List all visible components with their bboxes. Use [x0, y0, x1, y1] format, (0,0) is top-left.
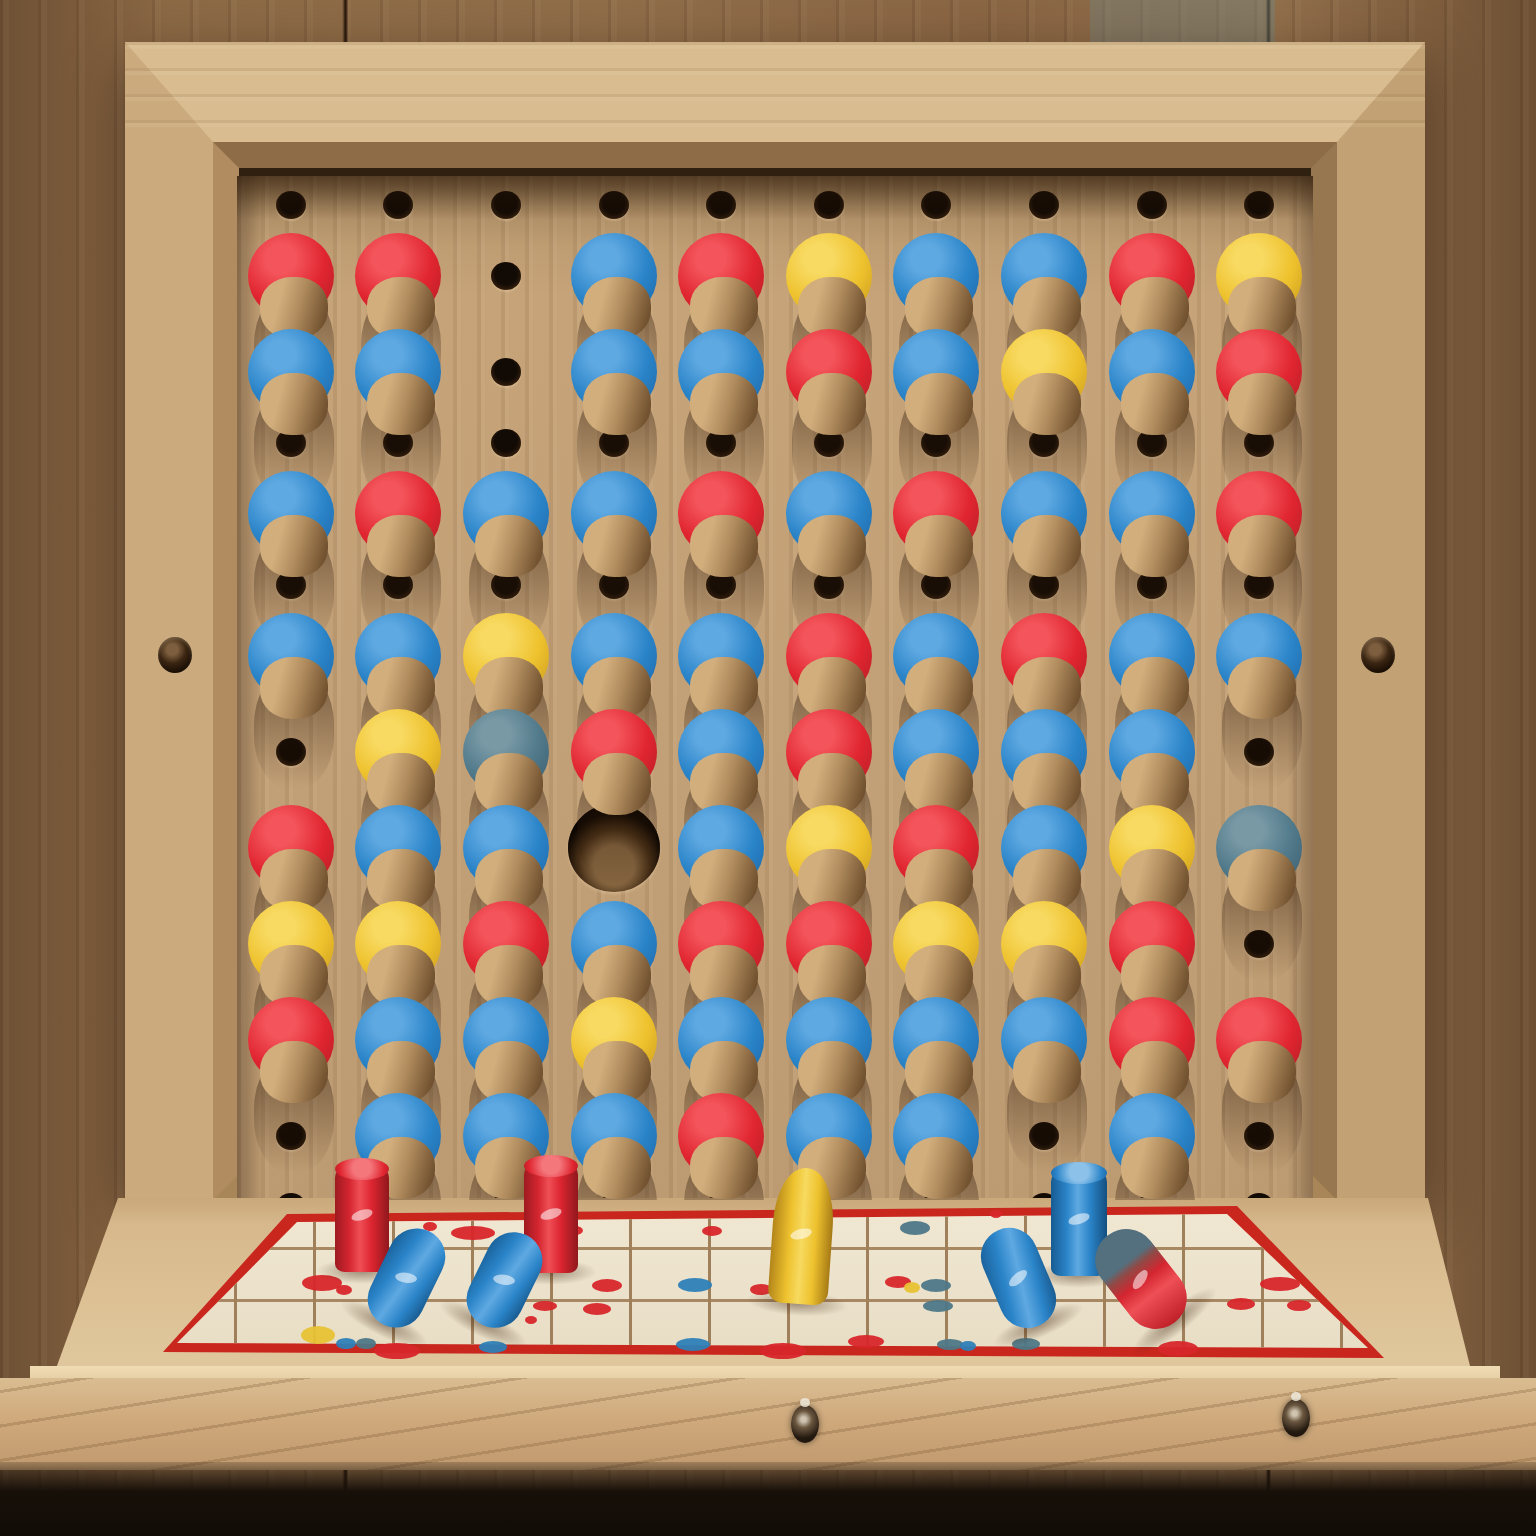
yellow-peg[interactable]	[355, 709, 441, 795]
blue-peg[interactable]	[678, 613, 764, 699]
red-peg[interactable]	[1109, 233, 1195, 319]
yellow-peg[interactable]	[463, 613, 549, 699]
paint-dot-red	[1287, 1300, 1311, 1311]
paint-dot-red	[990, 1210, 1002, 1218]
shelf-screw-icon	[1282, 1399, 1310, 1437]
yellow-peg[interactable]	[248, 901, 334, 987]
paint-dot-blue	[960, 1341, 976, 1351]
red-peg[interactable]	[678, 901, 764, 987]
shelf-screw-icon	[791, 1405, 819, 1443]
red-peg[interactable]	[1216, 997, 1302, 1083]
paint-dot-red	[583, 1303, 611, 1315]
red-peg[interactable]	[786, 709, 872, 795]
empty-hole[interactable]	[491, 262, 521, 290]
paint-dot-red	[525, 1316, 537, 1324]
blue-peg[interactable]	[1001, 709, 1087, 795]
cell-r7c3	[452, 608, 560, 704]
cell-r2c4	[560, 228, 668, 324]
cell-r5c7	[883, 466, 991, 562]
blue-peg[interactable]	[893, 329, 979, 415]
blue-peg[interactable]	[463, 997, 549, 1083]
cell-r10c4	[560, 896, 668, 992]
paint-dot-yellow	[301, 1326, 335, 1344]
blue-peg[interactable]	[1001, 997, 1087, 1083]
empty-hole[interactable]	[491, 358, 521, 386]
peg-top	[524, 1155, 578, 1177]
paint-dot-red	[1227, 1298, 1255, 1310]
blue-peg[interactable]	[893, 613, 979, 699]
red-peg[interactable]	[893, 471, 979, 557]
blue-peg[interactable]	[248, 613, 334, 699]
under-shelf-shadow	[0, 1462, 1536, 1536]
paint-dot-red	[760, 1343, 806, 1359]
cell-r5c3	[452, 466, 560, 562]
peg-grid	[237, 182, 1313, 1200]
cell-r5c6	[775, 466, 883, 562]
blue-peg[interactable]	[571, 329, 657, 415]
paint-dot-yellow	[904, 1282, 920, 1293]
cell-r3c3	[452, 324, 560, 420]
yellow-peg[interactable]	[786, 233, 872, 319]
paint-dot-red	[336, 1285, 352, 1295]
paint-dot-red	[451, 1226, 495, 1240]
blue-peg[interactable]	[1001, 471, 1087, 557]
red-peg[interactable]	[248, 233, 334, 319]
blue-peg[interactable]	[678, 329, 764, 415]
red-peg[interactable]	[678, 233, 764, 319]
blue-peg[interactable]	[678, 805, 764, 891]
blue-peg[interactable]	[355, 805, 441, 891]
blue-peg[interactable]	[1109, 613, 1195, 699]
paint-dot-red	[702, 1226, 722, 1236]
blue-peg[interactable]	[1109, 329, 1195, 415]
paint-dot-teal	[356, 1338, 376, 1349]
red-peg[interactable]	[355, 471, 441, 557]
yellow-peg[interactable]	[1109, 805, 1195, 891]
paint-dot-teal	[937, 1339, 963, 1350]
frame-grain	[125, 42, 1425, 142]
red-peg[interactable]	[571, 709, 657, 795]
blue-peg[interactable]	[571, 1093, 657, 1179]
cell-r4c3	[452, 420, 560, 466]
red-peg[interactable]	[893, 805, 979, 891]
red-peg[interactable]	[248, 997, 334, 1083]
yellow-peg[interactable]	[893, 901, 979, 987]
blue-peg[interactable]	[1216, 613, 1302, 699]
red-peg[interactable]	[786, 613, 872, 699]
cell-r7c5	[667, 608, 775, 704]
red-peg[interactable]	[786, 329, 872, 415]
blue-peg[interactable]	[678, 997, 764, 1083]
cell-r2c5	[667, 228, 775, 324]
red-peg[interactable]	[786, 901, 872, 987]
cell-r5c8	[990, 466, 1098, 562]
red-peg[interactable]	[678, 471, 764, 557]
blue-peg[interactable]	[1109, 471, 1195, 557]
blue-peg[interactable]	[893, 1093, 979, 1179]
peg-top	[335, 1158, 389, 1180]
paint-dot-teal	[900, 1221, 930, 1235]
cell-r2c3	[452, 228, 560, 324]
red-peg[interactable]	[463, 901, 549, 987]
red-peg[interactable]	[1001, 613, 1087, 699]
red-peg[interactable]	[1216, 329, 1302, 415]
yellow-peg[interactable]	[355, 901, 441, 987]
blue-peg[interactable]	[355, 997, 441, 1083]
paint-dot-red	[592, 1279, 622, 1292]
cell-r2c9	[1098, 228, 1206, 324]
paint-dot-blue	[678, 1278, 712, 1292]
blue-peg[interactable]	[571, 471, 657, 557]
paint-dot-blue	[336, 1338, 356, 1349]
pegboard	[237, 176, 1313, 1200]
blue-peg[interactable]	[893, 709, 979, 795]
loose-peg-red[interactable]	[335, 1160, 389, 1272]
red-peg[interactable]	[355, 233, 441, 319]
blue-peg[interactable]	[248, 329, 334, 415]
blue-peg[interactable]	[893, 997, 979, 1083]
cell-r2c2	[345, 228, 453, 324]
frame-screw-left-icon	[158, 637, 192, 673]
scene	[0, 0, 1536, 1536]
yellow-peg[interactable]	[786, 805, 872, 891]
cell-r5c2	[345, 466, 453, 562]
blue-peg[interactable]	[463, 471, 549, 557]
cell-r2c8	[990, 228, 1098, 324]
blue-peg[interactable]	[571, 613, 657, 699]
blue-peg[interactable]	[1001, 805, 1087, 891]
red-peg[interactable]	[248, 805, 334, 891]
paint-dot-teal	[923, 1300, 953, 1312]
red-peg[interactable]	[1109, 997, 1195, 1083]
paint-dot-red	[1260, 1277, 1300, 1291]
red-peg[interactable]	[1216, 471, 1302, 557]
paint-dot-teal	[921, 1279, 951, 1292]
paint-dot-blue	[676, 1338, 710, 1351]
blue-peg[interactable]	[786, 471, 872, 557]
cell-r7c8	[990, 608, 1098, 704]
blue-peg[interactable]	[571, 901, 657, 987]
frame-screw-right-icon	[1361, 637, 1395, 673]
blue-peg[interactable]	[1109, 709, 1195, 795]
blue-peg[interactable]	[1109, 1093, 1195, 1179]
cell-r7c2	[345, 608, 453, 704]
blue-peg[interactable]	[248, 471, 334, 557]
blue-peg[interactable]	[355, 329, 441, 415]
cell-r2c6	[775, 228, 883, 324]
paint-dot-red	[533, 1301, 557, 1311]
paint-dot-red	[848, 1335, 884, 1348]
yellow-peg[interactable]	[1001, 329, 1087, 415]
yellow-peg[interactable]	[1001, 901, 1087, 987]
blue-peg[interactable]	[678, 709, 764, 795]
peg-top	[1051, 1162, 1107, 1184]
blue-peg[interactable]	[893, 233, 979, 319]
red-peg[interactable]	[678, 1093, 764, 1179]
blue-peg[interactable]	[1001, 233, 1087, 319]
loose-peg-yellow[interactable]	[767, 1166, 836, 1306]
red-peg[interactable]	[1109, 901, 1195, 987]
blue-peg[interactable]	[463, 805, 549, 891]
cell-r7c7	[883, 608, 991, 704]
empty-hole[interactable]	[491, 429, 521, 457]
teal-peg[interactable]	[1216, 805, 1302, 891]
teal-peg[interactable]	[463, 709, 549, 795]
yellow-peg[interactable]	[1216, 233, 1302, 319]
blue-peg[interactable]	[786, 997, 872, 1083]
blue-peg[interactable]	[571, 233, 657, 319]
blue-peg[interactable]	[355, 613, 441, 699]
cell-r7c6	[775, 608, 883, 704]
board-shadow-top	[237, 176, 1313, 220]
blue-peg[interactable]	[786, 1093, 872, 1179]
yellow-peg[interactable]	[571, 997, 657, 1083]
cell-r5c5	[667, 466, 775, 562]
cell-r2c7	[883, 228, 991, 324]
